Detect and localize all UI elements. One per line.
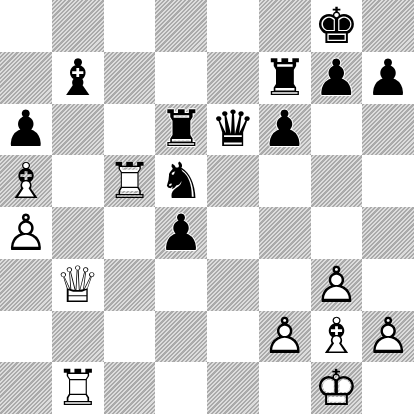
- chess-board: ♚♝♜♟♟♟♜♛♟♝♗♜♖♞♟♙♟♛♕♟♙♟♙♝♗♟♙♜♖♚♔: [0, 0, 414, 414]
- square-f7[interactable]: ♜: [259, 52, 311, 104]
- piece-black-pawn-f6: ♟: [259, 104, 311, 156]
- rook-outline: ♖: [52, 362, 104, 414]
- pawn-white-fill: ♟: [259, 311, 311, 363]
- square-b5[interactable]: [52, 155, 104, 207]
- square-e7[interactable]: [207, 52, 259, 104]
- chess-diagram: ♚♝♜♟♟♟♜♛♟♝♗♜♖♞♟♙♟♛♕♟♙♟♙♝♗♟♙♜♖♚♔: [0, 0, 414, 414]
- pawn-outline: ♙: [362, 311, 414, 363]
- square-e3[interactable]: [207, 259, 259, 311]
- square-h1[interactable]: [362, 362, 414, 414]
- bishop-white-fill: ♝: [311, 311, 363, 363]
- piece-black-bishop-b7: ♝: [52, 52, 104, 104]
- pawn-white-fill: ♟: [362, 311, 414, 363]
- square-e8[interactable]: [207, 0, 259, 52]
- square-d1[interactable]: [155, 362, 207, 414]
- square-g1[interactable]: ♚♔: [311, 362, 363, 414]
- square-h5[interactable]: [362, 155, 414, 207]
- square-c3[interactable]: [104, 259, 156, 311]
- square-f5[interactable]: [259, 155, 311, 207]
- piece-white-king-g1: ♚♔: [311, 362, 363, 414]
- square-c4[interactable]: [104, 207, 156, 259]
- square-a4[interactable]: ♟♙: [0, 207, 52, 259]
- square-a8[interactable]: [0, 0, 52, 52]
- square-g6[interactable]: [311, 104, 363, 156]
- square-c7[interactable]: [104, 52, 156, 104]
- piece-white-bishop-a5: ♝♗: [0, 155, 52, 207]
- pawn-outline: ♙: [311, 259, 363, 311]
- square-a2[interactable]: [0, 311, 52, 363]
- square-h8[interactable]: [362, 0, 414, 52]
- square-a7[interactable]: [0, 52, 52, 104]
- pawn-white-fill: ♟: [0, 207, 52, 259]
- piece-black-king-g8: ♚: [311, 0, 363, 52]
- square-c8[interactable]: [104, 0, 156, 52]
- piece-white-bishop-g2: ♝♗: [311, 311, 363, 363]
- square-b3[interactable]: ♛♕: [52, 259, 104, 311]
- queen-outline: ♕: [52, 259, 104, 311]
- square-e2[interactable]: [207, 311, 259, 363]
- piece-white-pawn-h2: ♟♙: [362, 311, 414, 363]
- square-d7[interactable]: [155, 52, 207, 104]
- piece-white-pawn-a4: ♟♙: [0, 207, 52, 259]
- rook-white-fill: ♜: [104, 155, 156, 207]
- square-f6[interactable]: ♟: [259, 104, 311, 156]
- piece-black-pawn-d4: ♟: [155, 207, 207, 259]
- square-d2[interactable]: [155, 311, 207, 363]
- square-f1[interactable]: [259, 362, 311, 414]
- piece-white-rook-c5: ♜♖: [104, 155, 156, 207]
- pawn-outline: ♙: [0, 207, 52, 259]
- square-h3[interactable]: [362, 259, 414, 311]
- square-h6[interactable]: [362, 104, 414, 156]
- piece-white-pawn-f2: ♟♙: [259, 311, 311, 363]
- square-g7[interactable]: ♟: [311, 52, 363, 104]
- square-e4[interactable]: [207, 207, 259, 259]
- square-e6[interactable]: ♛: [207, 104, 259, 156]
- bishop-outline: ♗: [311, 311, 363, 363]
- king-outline: ♔: [311, 362, 363, 414]
- square-g2[interactable]: ♝♗: [311, 311, 363, 363]
- piece-black-knight-d5: ♞: [155, 155, 207, 207]
- square-e1[interactable]: [207, 362, 259, 414]
- piece-black-pawn-h7: ♟: [362, 52, 414, 104]
- piece-black-rook-f7: ♜: [259, 52, 311, 104]
- square-h2[interactable]: ♟♙: [362, 311, 414, 363]
- square-h4[interactable]: [362, 207, 414, 259]
- square-d6[interactable]: ♜: [155, 104, 207, 156]
- piece-white-queen-b3: ♛♕: [52, 259, 104, 311]
- pawn-white-fill: ♟: [311, 259, 363, 311]
- square-d3[interactable]: [155, 259, 207, 311]
- square-g4[interactable]: [311, 207, 363, 259]
- square-a5[interactable]: ♝♗: [0, 155, 52, 207]
- square-b7[interactable]: ♝: [52, 52, 104, 104]
- square-b6[interactable]: [52, 104, 104, 156]
- square-h7[interactable]: ♟: [362, 52, 414, 104]
- square-e5[interactable]: [207, 155, 259, 207]
- square-c5[interactable]: ♜♖: [104, 155, 156, 207]
- bishop-white-fill: ♝: [0, 155, 52, 207]
- square-d4[interactable]: ♟: [155, 207, 207, 259]
- bishop-outline: ♗: [0, 155, 52, 207]
- square-c1[interactable]: [104, 362, 156, 414]
- square-f3[interactable]: [259, 259, 311, 311]
- rook-outline: ♖: [104, 155, 156, 207]
- square-b1[interactable]: ♜♖: [52, 362, 104, 414]
- square-a1[interactable]: [0, 362, 52, 414]
- piece-white-pawn-g3: ♟♙: [311, 259, 363, 311]
- queen-white-fill: ♛: [52, 259, 104, 311]
- square-c2[interactable]: [104, 311, 156, 363]
- square-c6[interactable]: [104, 104, 156, 156]
- piece-black-rook-d6: ♜: [155, 104, 207, 156]
- piece-black-pawn-g7: ♟: [311, 52, 363, 104]
- rook-white-fill: ♜: [52, 362, 104, 414]
- piece-white-rook-b1: ♜♖: [52, 362, 104, 414]
- square-a3[interactable]: [0, 259, 52, 311]
- king-white-fill: ♚: [311, 362, 363, 414]
- square-g8[interactable]: ♚: [311, 0, 363, 52]
- square-d5[interactable]: ♞: [155, 155, 207, 207]
- piece-black-queen-e6: ♛: [207, 104, 259, 156]
- piece-black-pawn-a6: ♟: [0, 104, 52, 156]
- square-b4[interactable]: [52, 207, 104, 259]
- square-f2[interactable]: ♟♙: [259, 311, 311, 363]
- square-b8[interactable]: [52, 0, 104, 52]
- square-a6[interactable]: ♟: [0, 104, 52, 156]
- square-f4[interactable]: [259, 207, 311, 259]
- square-f8[interactable]: [259, 0, 311, 52]
- square-g5[interactable]: [311, 155, 363, 207]
- square-b2[interactable]: [52, 311, 104, 363]
- square-d8[interactable]: [155, 0, 207, 52]
- square-g3[interactable]: ♟♙: [311, 259, 363, 311]
- pawn-outline: ♙: [259, 311, 311, 363]
